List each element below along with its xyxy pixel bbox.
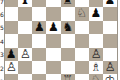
square-d7[interactable] — [46, 0, 60, 7]
chess-diagram: ♝♜♟♘♟♟♟♞♟♙♙♙♗♙♖♘♔ 7654321 — [0, 0, 120, 80]
square-c7[interactable] — [32, 0, 46, 7]
square-d2[interactable] — [46, 61, 60, 74]
square-h1[interactable]: ♔ — [103, 74, 117, 80]
square-g5[interactable] — [89, 21, 103, 34]
square-g6[interactable]: ♟ — [89, 7, 103, 20]
square-e7[interactable]: ♜ — [61, 0, 75, 7]
square-a4[interactable] — [4, 34, 18, 47]
white-pawn-g3[interactable]: ♙ — [89, 48, 103, 61]
board-left-edge — [4, 0, 5, 80]
square-g4[interactable] — [89, 34, 103, 47]
white-rook-e1[interactable]: ♖ — [61, 74, 75, 80]
square-e4[interactable] — [61, 34, 75, 47]
square-g3[interactable]: ♙ — [89, 48, 103, 61]
square-b1[interactable] — [18, 74, 32, 80]
square-b6[interactable] — [18, 7, 32, 20]
square-e2[interactable] — [61, 61, 75, 74]
square-h3[interactable] — [103, 48, 117, 61]
square-h2[interactable]: ♙ — [103, 61, 117, 74]
square-f1[interactable] — [75, 74, 89, 80]
square-d1[interactable] — [46, 74, 60, 80]
square-c5[interactable]: ♟ — [32, 21, 46, 34]
square-c3[interactable] — [32, 48, 46, 61]
board-right-edge — [117, 0, 118, 80]
rank-label-7: 7 — [0, 0, 4, 5]
black-pawn-a3[interactable]: ♟ — [4, 48, 18, 61]
white-pawn-b3[interactable]: ♙ — [18, 48, 32, 61]
rank-label-5: 5 — [0, 24, 4, 31]
square-a3[interactable]: ♟ — [4, 48, 18, 61]
square-h7[interactable]: ♟ — [103, 0, 117, 7]
square-f5[interactable] — [75, 21, 89, 34]
square-b4[interactable] — [18, 34, 32, 47]
square-d4[interactable] — [46, 34, 60, 47]
square-b5[interactable] — [18, 21, 32, 34]
square-a1[interactable] — [4, 74, 18, 80]
square-h4[interactable] — [103, 34, 117, 47]
white-knight-f6[interactable]: ♘ — [75, 7, 89, 20]
square-b7[interactable]: ♝ — [18, 0, 32, 7]
square-e1[interactable]: ♖ — [61, 74, 75, 80]
square-a5[interactable] — [4, 21, 18, 34]
black-rook-e7[interactable]: ♜ — [61, 0, 75, 7]
square-a6[interactable] — [4, 7, 18, 20]
rank-label-3: 3 — [0, 51, 4, 58]
square-h5[interactable] — [103, 21, 117, 34]
square-d3[interactable] — [46, 48, 60, 61]
square-c1[interactable] — [32, 74, 46, 80]
square-e3[interactable] — [61, 48, 75, 61]
square-a7[interactable] — [4, 0, 18, 7]
black-knight-e5[interactable]: ♞ — [61, 21, 75, 34]
square-f2[interactable] — [75, 61, 89, 74]
black-pawn-d5[interactable]: ♟ — [46, 21, 60, 34]
square-d6[interactable] — [46, 7, 60, 20]
square-e6[interactable] — [61, 7, 75, 20]
square-f6[interactable]: ♘ — [75, 7, 89, 20]
rank-label-6: 6 — [0, 11, 4, 18]
white-king-h1[interactable]: ♔ — [103, 74, 117, 80]
black-pawn-c5[interactable]: ♟ — [32, 21, 46, 34]
square-c6[interactable] — [32, 7, 46, 20]
white-bishop-g2[interactable]: ♗ — [89, 61, 103, 74]
square-h6[interactable] — [103, 7, 117, 20]
square-c2[interactable] — [32, 61, 46, 74]
square-d5[interactable]: ♟ — [46, 21, 60, 34]
square-g1[interactable]: ♘ — [89, 74, 103, 80]
rank-label-2: 2 — [0, 65, 4, 72]
square-c4[interactable] — [32, 34, 46, 47]
black-bishop-b7[interactable]: ♝ — [18, 0, 32, 7]
square-a2[interactable]: ♙ — [4, 61, 18, 74]
square-b2[interactable] — [18, 61, 32, 74]
black-pawn-h7[interactable]: ♟ — [103, 0, 117, 7]
square-e5[interactable]: ♞ — [61, 21, 75, 34]
chess-board: ♝♜♟♘♟♟♟♞♟♙♙♙♗♙♖♘♔ — [4, 0, 117, 80]
rank-label-4: 4 — [0, 38, 4, 45]
white-pawn-a2[interactable]: ♙ — [4, 61, 18, 74]
rank-label-1: 1 — [0, 78, 4, 80]
black-pawn-g6[interactable]: ♟ — [89, 7, 103, 20]
square-b3[interactable]: ♙ — [18, 48, 32, 61]
white-knight-g1[interactable]: ♘ — [89, 74, 103, 80]
square-f4[interactable] — [75, 34, 89, 47]
white-pawn-h2[interactable]: ♙ — [103, 61, 117, 74]
square-g2[interactable]: ♗ — [89, 61, 103, 74]
square-f3[interactable] — [75, 48, 89, 61]
